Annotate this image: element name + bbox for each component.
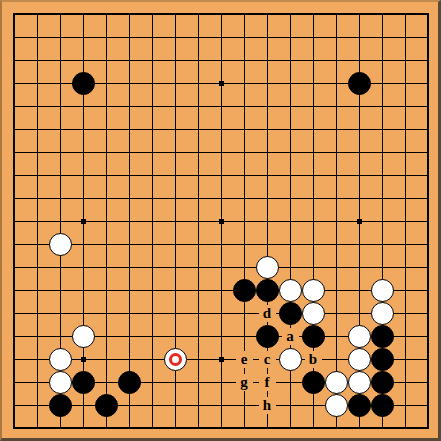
- goban: daecbgfh: [0, 0, 441, 441]
- white-stone-marked: [164, 348, 187, 371]
- label-g: g: [236, 374, 253, 391]
- label-h: h: [259, 397, 276, 414]
- black-stone: [72, 72, 95, 95]
- label-b: b: [305, 351, 322, 368]
- white-stone: [49, 348, 72, 371]
- white-stone: [279, 279, 302, 302]
- black-stone: [302, 325, 325, 348]
- label-f: f: [259, 374, 276, 391]
- black-stone: [233, 279, 256, 302]
- black-stone: [49, 394, 72, 417]
- white-stone: [256, 256, 279, 279]
- black-stone: [371, 394, 394, 417]
- white-stone: [348, 371, 371, 394]
- white-stone: [371, 279, 394, 302]
- black-stone: [118, 371, 141, 394]
- black-stone: [348, 394, 371, 417]
- white-stone: [279, 348, 302, 371]
- black-stone: [256, 325, 279, 348]
- black-stone: [279, 302, 302, 325]
- red-circle-marker: [169, 353, 182, 366]
- white-stone: [49, 233, 72, 256]
- label-a: a: [282, 328, 299, 345]
- white-stone: [325, 371, 348, 394]
- label-c: c: [259, 351, 276, 368]
- black-stone: [371, 348, 394, 371]
- black-stone: [302, 371, 325, 394]
- white-stone: [371, 302, 394, 325]
- black-stone: [72, 371, 95, 394]
- white-stone: [302, 302, 325, 325]
- white-stone: [348, 325, 371, 348]
- white-stone: [325, 394, 348, 417]
- black-stone: [95, 394, 118, 417]
- white-stone: [49, 371, 72, 394]
- black-stone: [371, 371, 394, 394]
- white-stone: [72, 325, 95, 348]
- white-stone: [302, 279, 325, 302]
- white-stone: [348, 348, 371, 371]
- black-stone: [371, 325, 394, 348]
- label-d: d: [259, 305, 276, 322]
- stones-layer: daecbgfh: [3, 3, 440, 440]
- black-stone: [256, 279, 279, 302]
- black-stone: [348, 72, 371, 95]
- label-e: e: [236, 351, 253, 368]
